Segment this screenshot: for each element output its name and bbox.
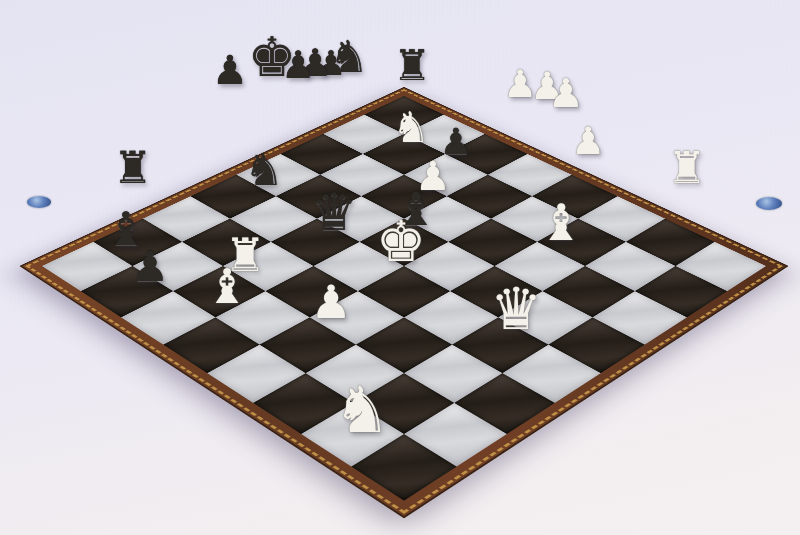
white-pawn-f6: ♟ — [415, 156, 451, 196]
black-king-captured: ♚ — [248, 31, 296, 85]
white-pawn-h5: ♟ — [571, 122, 605, 160]
black-pawn-captured: ♟ — [316, 46, 346, 80]
black-rook-captured: ♜ — [393, 45, 431, 87]
white-pawn-captured: ♟ — [548, 73, 584, 113]
white-bishop-f3: ♝ — [539, 198, 584, 248]
chess-photo-scene: ♟♚♟♟♟♞♜♟♟♟♜♝♞♟♞♟♜♛♟♝♚♝♟♟♝♜♛♞ — [0, 0, 800, 535]
white-king-d5: ♚ — [376, 214, 426, 270]
black-pawn-g7: ♟ — [440, 124, 472, 160]
black-bishop-a8: ♝ — [105, 206, 146, 252]
white-pawn-b4: ♟ — [310, 279, 351, 325]
black-pawn-captured: ♟ — [212, 50, 248, 90]
black-pawn-a7: ♟ — [131, 246, 169, 288]
white-queen-d1: ♛ — [490, 280, 542, 338]
black-bishop-e5: ♝ — [395, 186, 436, 232]
white-rook-b6: ♜ — [224, 232, 265, 278]
white-rook-g2: ♜ — [667, 146, 706, 190]
black-knight-captured: ♞ — [329, 35, 368, 79]
white-knight-a2: ♞ — [333, 378, 390, 442]
white-pawn-captured: ♟ — [530, 67, 564, 105]
black-rook-b8: ♜ — [113, 146, 152, 190]
pieces-layer: ♟♚♟♟♟♞♜♟♟♟♜♝♞♟♞♟♜♛♟♝♚♝♟♟♝♜♛♞ — [0, 0, 800, 535]
black-knight-d8: ♞ — [244, 148, 283, 192]
black-queen-d6: ♛ — [311, 186, 358, 238]
black-pawn-captured: ♟ — [298, 44, 332, 82]
white-bishop-a5: ♝ — [205, 262, 248, 310]
black-pawn-captured: ♟ — [281, 46, 315, 84]
white-knight-f7: ♞ — [392, 107, 430, 149]
white-pawn-captured: ♟ — [503, 65, 537, 103]
